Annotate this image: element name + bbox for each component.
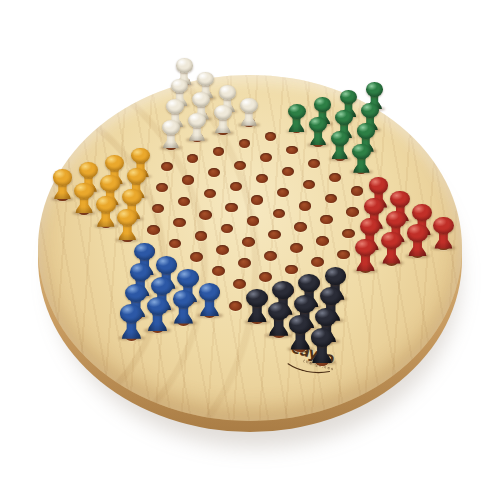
peg-cap <box>246 289 268 307</box>
peg-cap <box>79 162 98 178</box>
peg-black[interactable] <box>268 302 290 336</box>
peg-cap <box>130 263 151 281</box>
peg-black[interactable] <box>311 328 334 363</box>
peg-cap <box>268 302 290 320</box>
peg-yellow[interactable] <box>53 169 72 199</box>
peg-yellow[interactable] <box>96 196 116 227</box>
peg-cap <box>272 281 294 299</box>
peg-cap <box>386 211 406 228</box>
peg-green[interactable] <box>309 117 327 145</box>
peg-cap <box>294 295 316 313</box>
peg-cap <box>335 110 353 125</box>
peg-yellow[interactable] <box>74 183 94 213</box>
peg-cap <box>355 239 376 256</box>
peg-cap <box>162 120 180 135</box>
peg-blue[interactable] <box>173 290 195 324</box>
peg-cap <box>151 277 173 295</box>
peg-cap <box>176 58 193 72</box>
peg-cap <box>166 99 184 114</box>
peg-cap <box>360 218 380 235</box>
peg-green[interactable] <box>288 104 306 132</box>
peg-cap <box>381 232 402 249</box>
peg-black[interactable] <box>246 289 268 323</box>
peg-cap <box>127 168 146 184</box>
peg-cap <box>125 284 147 302</box>
peg-cap <box>117 209 137 226</box>
peg-red[interactable] <box>433 217 453 249</box>
peg-cap <box>219 85 237 100</box>
peg-cap <box>134 243 155 260</box>
peg-white[interactable] <box>214 105 232 133</box>
peg-cap <box>289 315 311 334</box>
peg-cap <box>96 196 116 213</box>
peg-blue[interactable] <box>147 297 169 331</box>
peg-cap <box>214 105 232 120</box>
peg-cap <box>331 131 350 146</box>
peg-cap <box>315 308 337 327</box>
peg-white[interactable] <box>240 98 258 126</box>
peg-cap <box>131 148 150 164</box>
peg-cap <box>53 169 72 185</box>
peg-cap <box>433 217 453 234</box>
peg-cap <box>100 175 120 191</box>
peg-cap <box>147 297 169 315</box>
peg-cap <box>105 155 124 171</box>
peg-red[interactable] <box>381 232 402 264</box>
peg-white[interactable] <box>188 113 206 141</box>
peg-cap <box>309 117 327 132</box>
peg-blue[interactable] <box>120 304 142 338</box>
peg-cap <box>320 287 342 305</box>
peg-yellow[interactable] <box>117 209 137 240</box>
peg-cap <box>352 144 371 160</box>
peg-red[interactable] <box>407 224 428 256</box>
peg-cap <box>240 98 258 113</box>
peg-green[interactable] <box>331 131 350 160</box>
peg-layer <box>0 0 500 500</box>
peg-white[interactable] <box>162 120 180 148</box>
peg-cap <box>314 97 332 112</box>
peg-cap <box>177 269 198 287</box>
peg-cap <box>369 177 389 193</box>
peg-cap <box>412 204 432 221</box>
peg-blue[interactable] <box>199 283 221 317</box>
peg-cap <box>288 104 306 119</box>
peg-cap <box>171 79 189 94</box>
peg-cap <box>366 82 384 97</box>
peg-cap <box>188 113 206 128</box>
peg-red[interactable] <box>355 239 376 271</box>
peg-cap <box>120 304 142 323</box>
peg-cap <box>156 256 177 274</box>
peg-cap <box>325 267 346 285</box>
chinese-checkers-product-scene: cayro the games <box>0 0 500 500</box>
peg-cap <box>192 92 210 107</box>
peg-cap <box>361 103 379 118</box>
peg-cap <box>122 189 142 206</box>
peg-cap <box>74 183 94 199</box>
peg-cap <box>407 224 428 241</box>
peg-cap <box>340 90 358 105</box>
peg-cap <box>173 290 195 308</box>
peg-cap <box>357 123 375 138</box>
peg-cap <box>311 328 334 347</box>
peg-cap <box>390 191 410 208</box>
peg-cap <box>199 283 221 301</box>
peg-black[interactable] <box>289 315 311 350</box>
peg-cap <box>197 72 214 86</box>
peg-cap <box>364 198 384 215</box>
peg-green[interactable] <box>352 144 371 173</box>
peg-cap <box>298 274 320 292</box>
